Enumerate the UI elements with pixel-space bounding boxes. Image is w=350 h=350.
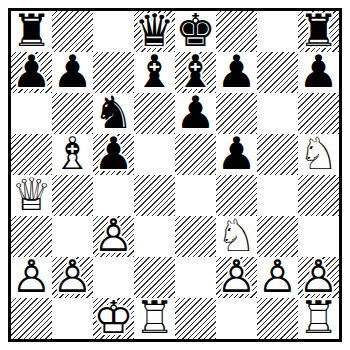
piece-fill-layer: ♟ bbox=[257, 254, 297, 299]
square-a5[interactable] bbox=[11, 134, 52, 175]
piece-black-pawn: ♟♟ bbox=[216, 134, 257, 175]
piece-white-pawn: ♟♙ bbox=[257, 257, 298, 298]
square-b6[interactable] bbox=[52, 93, 93, 134]
piece-fill-layer: ♟ bbox=[216, 49, 256, 94]
piece-fill-layer: ♟ bbox=[216, 131, 256, 176]
piece-glyph: ♙ bbox=[52, 254, 92, 299]
piece-fill-layer: ♟ bbox=[175, 90, 215, 135]
piece-glyph: ♙ bbox=[11, 254, 51, 299]
square-c8[interactable] bbox=[93, 11, 134, 52]
piece-fill-layer: ♜ bbox=[298, 295, 338, 340]
piece-white-knight: ♞♘ bbox=[298, 134, 339, 175]
piece-glyph: ♚ bbox=[175, 8, 215, 53]
square-c1[interactable]: ♚♔ bbox=[93, 298, 134, 339]
square-b8[interactable] bbox=[52, 11, 93, 52]
square-g3[interactable] bbox=[257, 216, 298, 257]
piece-white-pawn: ♟♙ bbox=[216, 257, 257, 298]
piece-black-pawn: ♟♟ bbox=[11, 52, 52, 93]
square-h5[interactable]: ♞♘ bbox=[298, 134, 339, 175]
square-b7[interactable]: ♟♟ bbox=[52, 52, 93, 93]
piece-fill-layer: ♟ bbox=[216, 254, 256, 299]
piece-glyph: ♙ bbox=[298, 254, 338, 299]
piece-glyph: ♟ bbox=[93, 131, 133, 176]
piece-fill-layer: ♞ bbox=[216, 213, 256, 258]
square-d6[interactable] bbox=[134, 93, 175, 134]
square-a8[interactable]: ♜♜ bbox=[11, 11, 52, 52]
piece-glyph: ♟ bbox=[216, 131, 256, 176]
piece-white-rook: ♜♖ bbox=[134, 298, 175, 339]
square-c2[interactable] bbox=[93, 257, 134, 298]
piece-fill-layer: ♟ bbox=[93, 213, 133, 258]
piece-white-rook: ♜♖ bbox=[298, 298, 339, 339]
piece-fill-layer: ♚ bbox=[93, 295, 133, 340]
square-a1[interactable] bbox=[11, 298, 52, 339]
square-h6[interactable] bbox=[298, 93, 339, 134]
piece-glyph: ♜ bbox=[298, 8, 338, 53]
square-d4[interactable] bbox=[134, 175, 175, 216]
piece-black-knight: ♞♞ bbox=[93, 93, 134, 134]
square-d7[interactable]: ♝♝ bbox=[134, 52, 175, 93]
square-a4[interactable]: ♛♕ bbox=[11, 175, 52, 216]
square-b4[interactable] bbox=[52, 175, 93, 216]
piece-black-pawn: ♟♟ bbox=[52, 52, 93, 93]
square-f7[interactable]: ♟♟ bbox=[216, 52, 257, 93]
square-h3[interactable] bbox=[298, 216, 339, 257]
square-b2[interactable]: ♟♙ bbox=[52, 257, 93, 298]
square-h8[interactable]: ♜♜ bbox=[298, 11, 339, 52]
piece-glyph: ♜ bbox=[11, 8, 51, 53]
square-d8[interactable]: ♛♛ bbox=[134, 11, 175, 52]
square-g6[interactable] bbox=[257, 93, 298, 134]
piece-glyph: ♟ bbox=[216, 49, 256, 94]
piece-white-pawn: ♟♙ bbox=[298, 257, 339, 298]
piece-glyph: ♘ bbox=[216, 213, 256, 258]
square-g8[interactable] bbox=[257, 11, 298, 52]
piece-white-queen: ♛♕ bbox=[11, 175, 52, 216]
piece-fill-layer: ♟ bbox=[93, 131, 133, 176]
piece-fill-layer: ♞ bbox=[93, 90, 133, 135]
piece-black-rook: ♜♜ bbox=[11, 11, 52, 52]
square-g2[interactable]: ♟♙ bbox=[257, 257, 298, 298]
piece-glyph: ♝ bbox=[175, 49, 215, 94]
piece-glyph: ♙ bbox=[257, 254, 297, 299]
piece-fill-layer: ♜ bbox=[11, 8, 51, 53]
piece-black-pawn: ♟♟ bbox=[216, 52, 257, 93]
square-e5[interactable] bbox=[175, 134, 216, 175]
piece-glyph: ♟ bbox=[298, 49, 338, 94]
square-h4[interactable] bbox=[298, 175, 339, 216]
piece-black-bishop: ♝♝ bbox=[175, 52, 216, 93]
piece-glyph: ♙ bbox=[93, 213, 133, 258]
piece-glyph: ♗ bbox=[52, 131, 92, 176]
piece-glyph: ♖ bbox=[134, 295, 174, 340]
square-e2[interactable] bbox=[175, 257, 216, 298]
piece-black-pawn: ♟♟ bbox=[93, 134, 134, 175]
piece-glyph: ♟ bbox=[11, 49, 51, 94]
piece-glyph: ♛ bbox=[134, 8, 174, 53]
square-a3[interactable] bbox=[11, 216, 52, 257]
square-c7[interactable] bbox=[93, 52, 134, 93]
square-g5[interactable] bbox=[257, 134, 298, 175]
piece-glyph: ♟ bbox=[52, 49, 92, 94]
square-c3[interactable]: ♟♙ bbox=[93, 216, 134, 257]
square-f3[interactable]: ♞♘ bbox=[216, 216, 257, 257]
piece-white-king: ♚♔ bbox=[93, 298, 134, 339]
piece-fill-layer: ♜ bbox=[134, 295, 174, 340]
piece-white-bishop: ♝♗ bbox=[52, 134, 93, 175]
piece-glyph: ♟ bbox=[175, 90, 215, 135]
piece-glyph: ♞ bbox=[93, 90, 133, 135]
square-c5[interactable]: ♟♟ bbox=[93, 134, 134, 175]
square-g1[interactable] bbox=[257, 298, 298, 339]
square-d1[interactable]: ♜♖ bbox=[134, 298, 175, 339]
piece-glyph: ♙ bbox=[216, 254, 256, 299]
piece-black-rook: ♜♜ bbox=[298, 11, 339, 52]
square-f6[interactable] bbox=[216, 93, 257, 134]
square-b3[interactable] bbox=[52, 216, 93, 257]
square-e6[interactable]: ♟♟ bbox=[175, 93, 216, 134]
piece-black-queen: ♛♛ bbox=[134, 11, 175, 52]
piece-fill-layer: ♜ bbox=[298, 8, 338, 53]
piece-glyph: ♔ bbox=[93, 295, 133, 340]
piece-fill-layer: ♛ bbox=[11, 172, 51, 217]
piece-white-pawn: ♟♙ bbox=[11, 257, 52, 298]
square-d2[interactable] bbox=[134, 257, 175, 298]
square-a6[interactable] bbox=[11, 93, 52, 134]
square-f1[interactable] bbox=[216, 298, 257, 339]
piece-fill-layer: ♟ bbox=[52, 49, 92, 94]
square-d5[interactable] bbox=[134, 134, 175, 175]
square-c4[interactable] bbox=[93, 175, 134, 216]
piece-glyph: ♘ bbox=[298, 131, 338, 176]
piece-white-knight: ♞♘ bbox=[216, 216, 257, 257]
piece-fill-layer: ♛ bbox=[134, 8, 174, 53]
square-b5[interactable]: ♝♗ bbox=[52, 134, 93, 175]
piece-glyph: ♖ bbox=[298, 295, 338, 340]
piece-glyph: ♕ bbox=[11, 172, 51, 217]
piece-fill-layer: ♞ bbox=[298, 131, 338, 176]
square-h7[interactable]: ♟♟ bbox=[298, 52, 339, 93]
piece-fill-layer: ♚ bbox=[175, 8, 215, 53]
piece-black-pawn: ♟♟ bbox=[298, 52, 339, 93]
piece-white-pawn: ♟♙ bbox=[93, 216, 134, 257]
square-e7[interactable]: ♝♝ bbox=[175, 52, 216, 93]
square-f4[interactable] bbox=[216, 175, 257, 216]
piece-fill-layer: ♟ bbox=[52, 254, 92, 299]
square-e1[interactable] bbox=[175, 298, 216, 339]
square-g7[interactable] bbox=[257, 52, 298, 93]
square-g4[interactable] bbox=[257, 175, 298, 216]
square-h1[interactable]: ♜♖ bbox=[298, 298, 339, 339]
square-h2[interactable]: ♟♙ bbox=[298, 257, 339, 298]
square-f5[interactable]: ♟♟ bbox=[216, 134, 257, 175]
square-a2[interactable]: ♟♙ bbox=[11, 257, 52, 298]
piece-fill-layer: ♝ bbox=[52, 131, 92, 176]
square-d3[interactable] bbox=[134, 216, 175, 257]
square-b1[interactable] bbox=[52, 298, 93, 339]
square-a7[interactable]: ♟♟ bbox=[11, 52, 52, 93]
piece-fill-layer: ♟ bbox=[298, 49, 338, 94]
piece-fill-layer: ♟ bbox=[298, 254, 338, 299]
piece-black-king: ♚♚ bbox=[175, 11, 216, 52]
square-c6[interactable]: ♞♞ bbox=[93, 93, 134, 134]
square-e8[interactable]: ♚♚ bbox=[175, 11, 216, 52]
chess-diagram: ♜♜♛♛♚♚♜♜♟♟♟♟♝♝♝♝♟♟♟♟♞♞♟♟♝♗♟♟♟♟♞♘♛♕♟♙♞♘♟♙… bbox=[0, 0, 350, 350]
piece-glyph: ♝ bbox=[134, 49, 174, 94]
piece-black-bishop: ♝♝ bbox=[134, 52, 175, 93]
square-f2[interactable]: ♟♙ bbox=[216, 257, 257, 298]
piece-fill-layer: ♝ bbox=[175, 49, 215, 94]
piece-black-pawn: ♟♟ bbox=[175, 93, 216, 134]
square-e3[interactable] bbox=[175, 216, 216, 257]
piece-white-pawn: ♟♙ bbox=[52, 257, 93, 298]
piece-fill-layer: ♝ bbox=[134, 49, 174, 94]
square-e4[interactable] bbox=[175, 175, 216, 216]
square-f8[interactable] bbox=[216, 11, 257, 52]
piece-fill-layer: ♟ bbox=[11, 49, 51, 94]
chess-board: ♜♜♛♛♚♚♜♜♟♟♟♟♝♝♝♝♟♟♟♟♞♞♟♟♝♗♟♟♟♟♞♘♛♕♟♙♞♘♟♙… bbox=[8, 8, 342, 342]
piece-fill-layer: ♟ bbox=[11, 254, 51, 299]
